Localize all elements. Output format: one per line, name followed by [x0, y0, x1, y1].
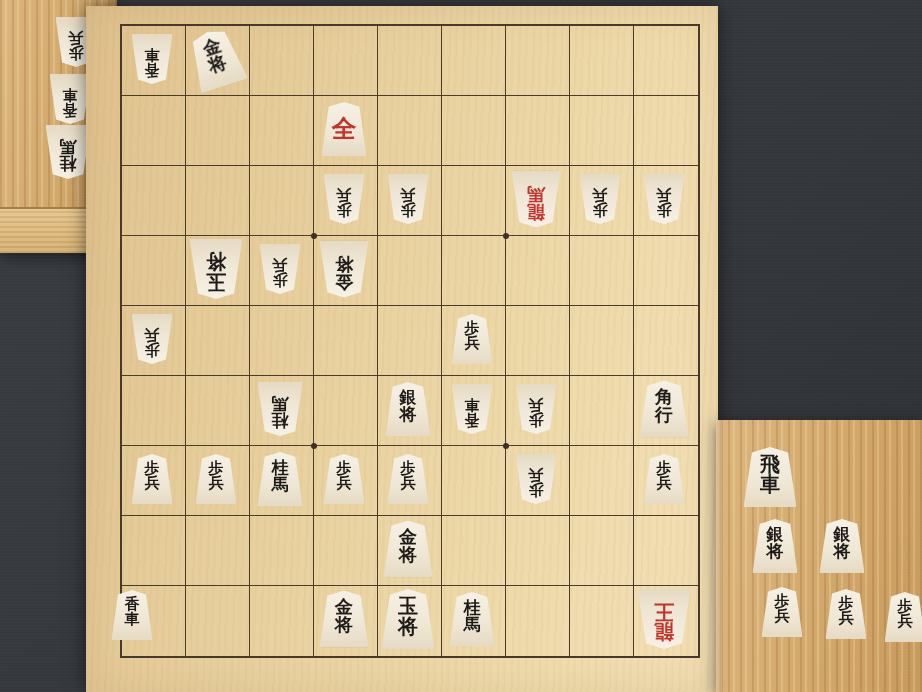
piece-kanji: 兵	[593, 186, 608, 201]
star-point	[503, 233, 509, 239]
grid-cell	[570, 26, 634, 96]
piece-pawn-sente[interactable]: 歩兵	[132, 454, 173, 504]
grid-cell	[634, 306, 698, 376]
star-point	[311, 233, 317, 239]
piece-pawn-gote[interactable]: 歩兵	[516, 384, 557, 434]
piece-kanji: 香	[145, 62, 160, 77]
grid-cell	[186, 516, 250, 586]
piece-pawn-sente[interactable]: 歩兵	[762, 587, 803, 637]
piece-kanji: 桂	[272, 412, 289, 429]
grid-cell	[186, 306, 250, 376]
piece-kanji: 兵	[273, 256, 288, 271]
grid-cell	[442, 96, 506, 166]
piece-gold-sente[interactable]: 金将	[384, 521, 433, 578]
grid-cell	[250, 516, 314, 586]
piece-kanji: 将	[400, 406, 417, 423]
piece-pawn-gote[interactable]: 歩兵	[388, 174, 429, 224]
piece-kanji: 兵	[337, 476, 352, 491]
grid-cell	[314, 376, 378, 446]
star-point	[311, 443, 317, 449]
piece-rook-sente[interactable]: 飛車	[744, 447, 797, 507]
grid-cell	[122, 166, 186, 236]
piece-promoted-silver-sente[interactable]: 全	[322, 102, 367, 156]
grid-cell	[122, 96, 186, 166]
piece-pawn-gote[interactable]: 歩兵	[132, 314, 173, 364]
grid-cell	[506, 306, 570, 376]
piece-bishop-sente[interactable]: 角行	[640, 381, 689, 438]
piece-kanji: 兵	[839, 611, 854, 626]
grid-cell	[250, 26, 314, 96]
piece-kanji: 玉	[398, 596, 418, 616]
grid-cell	[314, 26, 378, 96]
piece-knight-sente[interactable]: 桂馬	[258, 452, 303, 506]
piece-knight-sente[interactable]: 桂馬	[450, 592, 495, 646]
grid-cell	[506, 236, 570, 306]
piece-kanji: 将	[399, 546, 417, 564]
grid-cell	[506, 516, 570, 586]
grid-cell	[314, 516, 378, 586]
piece-kanji: 車	[760, 474, 780, 494]
grid-cell	[634, 516, 698, 586]
piece-kanji: 桂	[60, 155, 77, 172]
grid-cell	[506, 26, 570, 96]
piece-pawn-gote[interactable]: 歩兵	[644, 174, 685, 224]
piece-kanji: 馬	[272, 476, 289, 493]
piece-kanji: 香	[465, 412, 480, 427]
piece-king-gote[interactable]: 玉将	[190, 239, 243, 299]
piece-kanji: 歩	[657, 202, 672, 217]
grid-cell	[186, 586, 250, 656]
grid-cell	[378, 236, 442, 306]
piece-kanji: 馬	[464, 616, 481, 633]
piece-kanji: 玉	[206, 272, 226, 292]
grid-cell	[250, 586, 314, 656]
grid-cell	[442, 516, 506, 586]
piece-kanji: 車	[465, 396, 480, 411]
piece-kanji: 金	[335, 272, 353, 290]
komadai-wood-surface	[716, 420, 922, 692]
grid-cell	[442, 166, 506, 236]
grid-cell	[570, 236, 634, 306]
grid-cell	[506, 96, 570, 166]
grid-cell	[570, 446, 634, 516]
piece-gold-sente[interactable]: 金将	[320, 591, 369, 648]
piece-kanji: 兵	[401, 186, 416, 201]
grid-cell	[378, 306, 442, 376]
piece-lance-gote[interactable]: 香車	[452, 384, 493, 434]
piece-kanji: 龍	[654, 622, 674, 642]
piece-kanji: 龍	[527, 202, 545, 220]
piece-kanji: 兵	[337, 186, 352, 201]
piece-kanji: 飛	[760, 454, 780, 474]
piece-kanji: 将	[834, 543, 851, 560]
piece-kanji: 兵	[657, 186, 672, 201]
grid-cell	[634, 236, 698, 306]
piece-pawn-sente[interactable]: 歩兵	[644, 454, 685, 504]
piece-kanji: 兵	[209, 476, 224, 491]
piece-pawn-gote[interactable]: 歩兵	[260, 244, 301, 294]
piece-kanji: 兵	[145, 326, 160, 341]
piece-kanji: 歩	[529, 412, 544, 427]
piece-silver-sente[interactable]: 銀将	[386, 382, 431, 436]
piece-kanji: 将	[398, 616, 418, 636]
right-komadai: 飛車銀将銀将歩兵歩兵歩兵	[716, 420, 922, 692]
grid-cell	[442, 446, 506, 516]
piece-kanji: 馬	[272, 394, 289, 411]
star-point	[503, 443, 509, 449]
grid-cell	[506, 586, 570, 656]
piece-lance-gote[interactable]: 香車	[50, 74, 91, 124]
piece-kanji: 兵	[69, 29, 84, 44]
piece-pawn-gote[interactable]: 歩兵	[516, 454, 557, 504]
piece-lance-sente[interactable]: 香車	[112, 590, 153, 640]
grid-cell	[250, 96, 314, 166]
piece-pawn-sente[interactable]: 歩兵	[196, 454, 237, 504]
piece-kanji: 行	[655, 406, 673, 424]
grid-cell	[378, 26, 442, 96]
piece-kanji: 兵	[775, 609, 790, 624]
piece-kanji: 将	[206, 53, 229, 76]
komadai-side-edge	[716, 420, 723, 692]
grid-cell	[570, 306, 634, 376]
grid-cell	[250, 166, 314, 236]
grid-cell	[570, 376, 634, 446]
piece-promoted-bishop-gote[interactable]: 龍馬	[512, 171, 561, 228]
grid-cell	[634, 26, 698, 96]
piece-kanji: 将	[206, 251, 226, 271]
grid-cell	[570, 586, 634, 656]
piece-kanji: 歩	[593, 202, 608, 217]
piece-kanji: 車	[63, 86, 78, 101]
piece-pawn-sente[interactable]: 歩兵	[324, 454, 365, 504]
piece-kanji: 将	[767, 543, 784, 560]
grid-cell	[122, 376, 186, 446]
piece-kanji: 全	[332, 116, 357, 141]
grid-cell	[570, 96, 634, 166]
piece-kanji: 将	[335, 254, 353, 272]
grid-cell	[442, 26, 506, 96]
piece-silver-sente[interactable]: 銀将	[753, 519, 798, 573]
piece-kanji: 歩	[529, 482, 544, 497]
grid-cell	[122, 516, 186, 586]
piece-kanji: 馬	[60, 137, 77, 154]
grid-cell	[634, 96, 698, 166]
piece-kanji: 香	[63, 102, 78, 117]
piece-kanji: 兵	[657, 476, 672, 491]
photo-background: 歩兵香車桂馬 香車金将全歩兵歩兵龍馬歩兵歩兵玉将歩兵金将歩兵歩兵桂馬銀将香車歩兵…	[0, 0, 922, 692]
piece-kanji: 兵	[898, 614, 913, 629]
grid-cell	[186, 96, 250, 166]
piece-kanji: 歩	[145, 342, 160, 357]
grid-cell	[250, 306, 314, 376]
grid-cell	[186, 166, 250, 236]
grid-cell	[186, 376, 250, 446]
piece-kanji: 兵	[529, 466, 544, 481]
grid-cell	[122, 236, 186, 306]
piece-kanji: 歩	[401, 202, 416, 217]
piece-kanji: 兵	[529, 396, 544, 411]
piece-pawn-gote[interactable]: 歩兵	[580, 174, 621, 224]
piece-silver-sente[interactable]: 銀将	[820, 519, 865, 573]
piece-pawn-gote[interactable]: 歩兵	[324, 174, 365, 224]
shogi-board: 香車金将全歩兵歩兵龍馬歩兵歩兵玉将歩兵金将歩兵歩兵桂馬銀将香車歩兵角行歩兵歩兵桂…	[86, 6, 718, 692]
piece-pawn-sente[interactable]: 歩兵	[388, 454, 429, 504]
piece-kanji: 歩	[337, 202, 352, 217]
piece-kanji: 王	[654, 601, 674, 621]
piece-kanji: 車	[125, 612, 140, 627]
grid-cell	[442, 236, 506, 306]
grid-cell	[570, 516, 634, 586]
piece-kanji: 兵	[465, 336, 480, 351]
piece-pawn-sente[interactable]: 歩兵	[826, 589, 867, 639]
piece-kanji: 車	[145, 46, 160, 61]
piece-lance-gote[interactable]: 香車	[132, 34, 173, 84]
piece-pawn-sente[interactable]: 歩兵	[452, 314, 493, 364]
grid-cell	[314, 306, 378, 376]
grid-cell	[378, 96, 442, 166]
piece-king-sente[interactable]: 玉将	[382, 589, 435, 649]
piece-kanji: 馬	[527, 184, 545, 202]
piece-gold-gote[interactable]: 金将	[320, 241, 369, 298]
piece-kanji: 歩	[273, 272, 288, 287]
piece-kanji: 歩	[69, 45, 84, 60]
piece-kanji: 将	[335, 616, 353, 634]
piece-kanji: 兵	[145, 476, 160, 491]
piece-knight-gote[interactable]: 桂馬	[46, 125, 91, 179]
piece-promoted-rook-gote[interactable]: 龍王	[638, 589, 691, 649]
piece-knight-gote[interactable]: 桂馬	[258, 382, 303, 436]
piece-kanji: 兵	[401, 476, 416, 491]
